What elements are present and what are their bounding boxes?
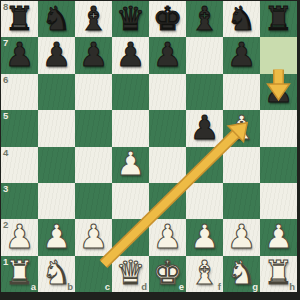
- piece-white-pawn-f2[interactable]: ♟: [186, 218, 223, 254]
- file-label-c: c: [105, 282, 110, 292]
- square-e4[interactable]: [149, 147, 186, 183]
- square-h1[interactable]: h♜: [260, 256, 297, 292]
- square-h7[interactable]: [260, 37, 297, 73]
- square-d5[interactable]: [112, 110, 149, 146]
- piece-black-queen-d8[interactable]: ♛: [112, 0, 149, 36]
- chess-board: 8♜♞♝♛♚♝♞♜7♟♟♟♟♟♟6♟5♟♝4♟32♟♟♟♟♟♟♟1a♜b♞cd♛…: [1, 1, 297, 292]
- square-a6[interactable]: 6: [1, 74, 38, 110]
- piece-white-pawn-d4[interactable]: ♟: [112, 146, 149, 182]
- piece-black-pawn-d7[interactable]: ♟: [112, 36, 149, 72]
- square-h2[interactable]: ♟: [260, 219, 297, 255]
- piece-black-pawn-h6[interactable]: ♟: [260, 73, 297, 109]
- square-d4[interactable]: ♟: [112, 147, 149, 183]
- square-c4[interactable]: [75, 147, 112, 183]
- square-e5[interactable]: [149, 110, 186, 146]
- square-a3[interactable]: 3: [1, 183, 38, 219]
- piece-black-pawn-c7[interactable]: ♟: [75, 36, 112, 72]
- square-h3[interactable]: [260, 183, 297, 219]
- square-e6[interactable]: [149, 74, 186, 110]
- piece-black-bishop-c8[interactable]: ♝: [75, 0, 112, 36]
- rank-label-3: 3: [3, 184, 8, 194]
- square-d8[interactable]: ♛: [112, 1, 149, 37]
- square-b7[interactable]: ♟: [38, 37, 75, 73]
- square-f5[interactable]: ♟: [186, 110, 223, 146]
- square-d7[interactable]: ♟: [112, 37, 149, 73]
- square-e1[interactable]: e♚: [149, 256, 186, 292]
- square-g4[interactable]: [223, 147, 260, 183]
- square-f4[interactable]: [186, 147, 223, 183]
- square-b5[interactable]: [38, 110, 75, 146]
- square-a2[interactable]: 2♟: [1, 219, 38, 255]
- square-f6[interactable]: [186, 74, 223, 110]
- square-a7[interactable]: 7♟: [1, 37, 38, 73]
- square-f1[interactable]: f♝: [186, 256, 223, 292]
- square-a1[interactable]: 1a♜: [1, 256, 38, 292]
- square-g2[interactable]: ♟: [223, 219, 260, 255]
- square-a5[interactable]: 5: [1, 110, 38, 146]
- square-b2[interactable]: ♟: [38, 219, 75, 255]
- square-d1[interactable]: d♛: [112, 256, 149, 292]
- piece-black-pawn-g7[interactable]: ♟: [223, 36, 260, 72]
- square-f3[interactable]: [186, 183, 223, 219]
- piece-black-knight-g8[interactable]: ♞: [223, 0, 260, 36]
- square-b8[interactable]: ♞: [38, 1, 75, 37]
- piece-black-rook-a8[interactable]: ♜: [1, 0, 38, 36]
- square-g3[interactable]: [223, 183, 260, 219]
- square-h4[interactable]: [260, 147, 297, 183]
- square-g5[interactable]: ♝: [223, 110, 260, 146]
- piece-black-pawn-a7[interactable]: ♟: [1, 36, 38, 72]
- square-c5[interactable]: [75, 110, 112, 146]
- square-c3[interactable]: [75, 183, 112, 219]
- piece-white-pawn-g2[interactable]: ♟: [223, 218, 260, 254]
- rank-label-4: 4: [3, 148, 8, 158]
- piece-white-pawn-b2[interactable]: ♟: [38, 218, 75, 254]
- piece-white-rook-h1[interactable]: ♜: [260, 255, 297, 291]
- piece-black-knight-b8[interactable]: ♞: [38, 0, 75, 36]
- piece-black-pawn-e7[interactable]: ♟: [149, 36, 186, 72]
- square-g1[interactable]: g♞: [223, 256, 260, 292]
- piece-white-pawn-h2[interactable]: ♟: [260, 218, 297, 254]
- square-f2[interactable]: ♟: [186, 219, 223, 255]
- piece-white-bishop-f1[interactable]: ♝: [186, 255, 223, 291]
- square-e7[interactable]: ♟: [149, 37, 186, 73]
- square-h5[interactable]: [260, 110, 297, 146]
- piece-white-bishop-g5[interactable]: ♝: [223, 109, 260, 145]
- piece-white-queen-d1[interactable]: ♛: [112, 255, 149, 291]
- square-d6[interactable]: [112, 74, 149, 110]
- piece-black-rook-h8[interactable]: ♜: [260, 0, 297, 36]
- square-b1[interactable]: b♞: [38, 256, 75, 292]
- square-a4[interactable]: 4: [1, 147, 38, 183]
- piece-white-rook-a1[interactable]: ♜: [1, 255, 38, 291]
- square-b4[interactable]: [38, 147, 75, 183]
- square-b6[interactable]: [38, 74, 75, 110]
- square-e8[interactable]: ♚: [149, 1, 186, 37]
- piece-white-knight-b1[interactable]: ♞: [38, 255, 75, 291]
- square-e3[interactable]: [149, 183, 186, 219]
- square-g6[interactable]: [223, 74, 260, 110]
- rank-label-5: 5: [3, 111, 8, 121]
- piece-black-bishop-f8[interactable]: ♝: [186, 0, 223, 36]
- square-a8[interactable]: 8♜: [1, 1, 38, 37]
- square-e2[interactable]: ♟: [149, 219, 186, 255]
- square-g8[interactable]: ♞: [223, 1, 260, 37]
- square-f8[interactable]: ♝: [186, 1, 223, 37]
- square-c1[interactable]: c: [75, 256, 112, 292]
- chess-board-frame: 8♜♞♝♛♚♝♞♜7♟♟♟♟♟♟6♟5♟♝4♟32♟♟♟♟♟♟♟1a♜b♞cd♛…: [0, 0, 300, 300]
- square-c8[interactable]: ♝: [75, 1, 112, 37]
- piece-white-pawn-c2[interactable]: ♟: [75, 218, 112, 254]
- square-c2[interactable]: ♟: [75, 219, 112, 255]
- square-f7[interactable]: [186, 37, 223, 73]
- square-c7[interactable]: ♟: [75, 37, 112, 73]
- piece-black-king-e8[interactable]: ♚: [149, 0, 186, 36]
- square-h6[interactable]: ♟: [260, 74, 297, 110]
- square-d3[interactable]: [112, 183, 149, 219]
- square-g7[interactable]: ♟: [223, 37, 260, 73]
- piece-white-pawn-a2[interactable]: ♟: [1, 218, 38, 254]
- piece-black-pawn-b7[interactable]: ♟: [38, 36, 75, 72]
- square-h8[interactable]: ♜: [260, 1, 297, 37]
- piece-black-pawn-f5[interactable]: ♟: [186, 109, 223, 145]
- square-d2[interactable]: [112, 219, 149, 255]
- piece-white-knight-g1[interactable]: ♞: [223, 255, 260, 291]
- piece-white-king-e1[interactable]: ♚: [149, 255, 186, 291]
- square-c6[interactable]: [75, 74, 112, 110]
- square-b3[interactable]: [38, 183, 75, 219]
- piece-white-pawn-e2[interactable]: ♟: [149, 218, 186, 254]
- rank-label-6: 6: [3, 75, 8, 85]
